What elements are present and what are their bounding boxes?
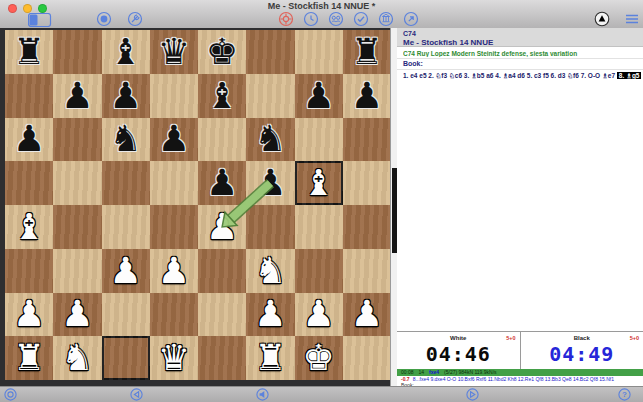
square-e7[interactable]: ♝ — [198, 74, 246, 118]
play-icon[interactable] — [466, 388, 479, 401]
menu-icon[interactable] — [624, 11, 640, 27]
black-time: 04:49 — [521, 342, 643, 366]
square-h1[interactable] — [343, 336, 391, 380]
square-g5[interactable]: ♝ — [295, 161, 343, 205]
square-g7[interactable]: ♟ — [295, 74, 343, 118]
square-c2[interactable] — [102, 293, 150, 337]
square-b1[interactable]: ♞ — [53, 336, 101, 380]
white-piece-b2: ♟ — [61, 296, 93, 332]
square-f4[interactable] — [246, 205, 294, 249]
clocks: White 5+0 04:46 Black 5+0 04:49 — [397, 331, 643, 370]
help-icon[interactable]: ? — [618, 388, 631, 401]
white-piece-f2: ♟ — [254, 296, 286, 332]
square-h3[interactable] — [343, 249, 391, 293]
square-h8[interactable]: ♜ — [343, 30, 391, 74]
square-e2[interactable] — [198, 293, 246, 337]
svg-text:?: ? — [622, 390, 627, 399]
square-b5[interactable] — [53, 161, 101, 205]
white-piece-a2: ♟ — [13, 296, 45, 332]
players-title: Me - Stockfish 14 NNUE — [403, 38, 643, 47]
black-clock: Black 5+0 04:49 — [520, 332, 643, 370]
square-h2[interactable]: ♟ — [343, 293, 391, 337]
engine-icon[interactable] — [594, 11, 610, 27]
white-piece-g1: ♚ — [302, 340, 334, 376]
share-icon[interactable] — [403, 11, 419, 27]
square-c5[interactable] — [102, 161, 150, 205]
engine-depth: 14 — [419, 369, 425, 375]
white-piece-f1: ♜ — [254, 340, 286, 376]
app-window: Me - Stockfish 14 NNUE * — [0, 0, 643, 402]
black-piece-d8: ♛ — [158, 34, 190, 70]
white-piece-a4: ♝ — [13, 209, 45, 245]
square-b6[interactable] — [53, 118, 101, 162]
board-pane: ♜♝♛♚♜♟♟♝♟♟♟♞♟♞♟♟♝♝♟♟♟♞♟♟♟♟♟♜♞♛♜♚ — [0, 28, 390, 387]
square-e4[interactable]: ♟ — [198, 205, 246, 249]
black-piece-f5: ♟ — [254, 165, 286, 201]
white-piece-h2: ♟ — [351, 296, 383, 332]
black-piece-d6: ♟ — [158, 121, 190, 157]
playback-bar: ? — [0, 386, 643, 402]
engine-status-bar: 00:0814fxe4(5/27) 984kN 119.9kN/s — [397, 369, 643, 376]
black-piece-h8: ♜ — [351, 34, 383, 70]
white-piece-c3: ♟ — [109, 253, 141, 289]
square-g6[interactable] — [295, 118, 343, 162]
sidebar-icon[interactable] — [28, 13, 52, 27]
square-a3[interactable] — [5, 249, 53, 293]
pane-scrollbar[interactable] — [390, 28, 397, 387]
square-g8[interactable] — [295, 30, 343, 74]
square-f2[interactable]: ♟ — [246, 293, 294, 337]
white-piece-g5: ♝ — [302, 165, 334, 201]
square-a7[interactable] — [5, 74, 53, 118]
square-d3[interactable]: ♟ — [150, 249, 198, 293]
square-d5[interactable] — [150, 161, 198, 205]
square-g1[interactable]: ♚ — [295, 336, 343, 380]
white-piece-d1: ♛ — [158, 340, 190, 376]
square-a8[interactable]: ♜ — [5, 30, 53, 74]
square-c6[interactable]: ♞ — [102, 118, 150, 162]
game-info-panel: C74 Me - Stockfish 14 NNUE C74 Ruy Lopez… — [397, 28, 643, 387]
title-toolbar: Me - Stockfish 14 NNUE * — [0, 0, 643, 29]
black-time-control: 5+0 — [630, 335, 639, 341]
black-piece-e7: ♝ — [206, 78, 238, 114]
black-piece-a8: ♜ — [13, 34, 45, 70]
target-icon[interactable] — [278, 11, 294, 27]
square-f3[interactable]: ♞ — [246, 249, 294, 293]
black-piece-c6: ♞ — [109, 121, 141, 157]
white-time-control: 5+0 — [506, 335, 515, 341]
black-piece-h7: ♟ — [351, 78, 383, 114]
white-piece-g2: ♟ — [302, 296, 334, 332]
eco-code: C74 — [403, 30, 643, 38]
speaker-icon[interactable] — [256, 388, 269, 401]
black-piece-c8: ♝ — [109, 34, 141, 70]
window-title: Me - Stockfish 14 NNUE * — [0, 1, 643, 11]
square-d4[interactable] — [150, 205, 198, 249]
square-d7[interactable] — [150, 74, 198, 118]
square-b7[interactable]: ♟ — [53, 74, 101, 118]
white-clock-label: White — [397, 335, 520, 341]
black-piece-a6: ♟ — [13, 121, 45, 157]
white-piece-b1: ♞ — [61, 340, 93, 376]
square-c8[interactable]: ♝ — [102, 30, 150, 74]
white-piece-a1: ♜ — [13, 340, 45, 376]
square-g4[interactable] — [295, 205, 343, 249]
black-clock-label: Black — [521, 335, 643, 341]
square-d8[interactable]: ♛ — [150, 30, 198, 74]
square-g3[interactable] — [295, 249, 343, 293]
engine-best-move: fxe4 — [429, 369, 439, 375]
chess-board: ♜♝♛♚♜♟♟♝♟♟♟♞♟♞♟♟♝♝♟♟♟♞♟♟♟♟♟♜♞♛♜♚ — [5, 30, 391, 380]
square-b8[interactable] — [53, 30, 101, 74]
tools-icon[interactable] — [127, 11, 143, 27]
white-time: 04:46 — [397, 342, 520, 366]
selected-move[interactable]: 8. ♗g5 — [617, 72, 641, 79]
square-f8[interactable] — [246, 30, 294, 74]
white-clock: White 5+0 04:46 — [397, 332, 520, 370]
square-b3[interactable] — [53, 249, 101, 293]
players-icon[interactable] — [328, 11, 344, 27]
white-piece-e4: ♟ — [206, 209, 238, 245]
check-icon[interactable] — [353, 11, 369, 27]
square-h5[interactable] — [343, 161, 391, 205]
square-a5[interactable] — [5, 161, 53, 205]
black-piece-b7: ♟ — [61, 78, 93, 114]
square-e5[interactable]: ♟ — [198, 161, 246, 205]
move-list: 1. e4 e5 2. ♘f3 ♘c6 3. ♗b5 a6 4. ♗a4 d6 … — [403, 72, 641, 80]
square-f5[interactable]: ♟ — [246, 161, 294, 205]
square-f6[interactable]: ♞ — [246, 118, 294, 162]
square-e3[interactable] — [198, 249, 246, 293]
engine-time: 00:08 — [401, 369, 414, 375]
square-f1[interactable]: ♜ — [246, 336, 294, 380]
white-piece-f3: ♞ — [254, 253, 286, 289]
square-f7[interactable] — [246, 74, 294, 118]
square-e6[interactable] — [198, 118, 246, 162]
square-g2[interactable]: ♟ — [295, 293, 343, 337]
square-a2[interactable]: ♟ — [5, 293, 53, 337]
record-icon[interactable] — [96, 11, 112, 27]
square-a6[interactable]: ♟ — [5, 118, 53, 162]
square-d6[interactable]: ♟ — [150, 118, 198, 162]
square-c1[interactable] — [102, 336, 150, 380]
clock-icon[interactable] — [303, 11, 319, 27]
moves-played[interactable]: 1. e4 e5 2. ♘f3 ♘c6 3. ♗b5 a6 4. ♗a4 d6 … — [403, 72, 617, 79]
engine-stats: (5/27) 984kN 119.9kN/s — [444, 369, 496, 375]
black-piece-e5: ♟ — [206, 165, 238, 201]
game-header: C74 Me - Stockfish 14 NNUE — [397, 28, 643, 47]
square-a4[interactable]: ♝ — [5, 205, 53, 249]
square-d2[interactable] — [150, 293, 198, 337]
black-piece-e8: ♚ — [206, 34, 238, 70]
record-icon[interactable] — [4, 388, 17, 401]
square-c4[interactable] — [102, 205, 150, 249]
black-piece-c7: ♟ — [109, 78, 141, 114]
step-back-icon[interactable] — [130, 388, 143, 401]
square-c3[interactable]: ♟ — [102, 249, 150, 293]
book-label: Book: — [403, 60, 423, 67]
square-b2[interactable]: ♟ — [53, 293, 101, 337]
square-e8[interactable]: ♚ — [198, 30, 246, 74]
square-c7[interactable]: ♟ — [102, 74, 150, 118]
opening-name: C74 Ruy Lopez Modern Steinitz defense, s… — [403, 50, 641, 57]
square-h7[interactable]: ♟ — [343, 74, 391, 118]
database-icon[interactable] — [378, 11, 394, 27]
square-e1[interactable] — [198, 336, 246, 380]
black-piece-g7: ♟ — [302, 78, 334, 114]
black-piece-f6: ♞ — [254, 121, 286, 157]
square-a1[interactable]: ♜ — [5, 336, 53, 380]
square-d1[interactable]: ♛ — [150, 336, 198, 380]
square-h4[interactable] — [343, 205, 391, 249]
square-h6[interactable] — [343, 118, 391, 162]
white-piece-d3: ♟ — [158, 253, 190, 289]
square-b4[interactable] — [53, 205, 101, 249]
